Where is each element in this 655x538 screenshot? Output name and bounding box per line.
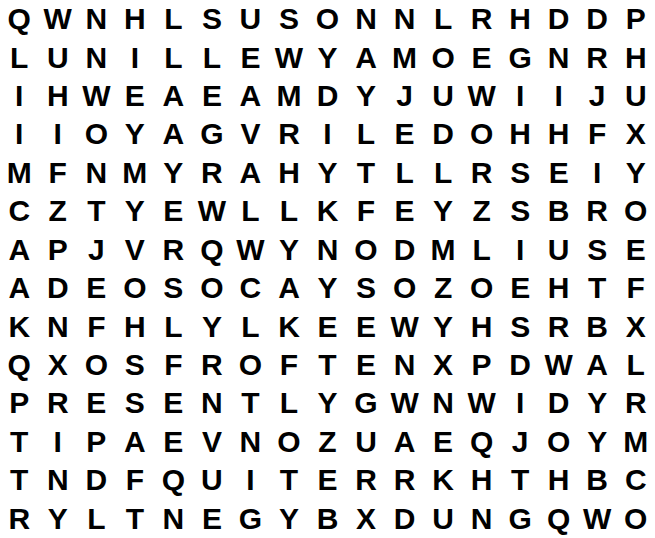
grid-cell[interactable]: A: [231, 77, 270, 115]
grid-cell[interactable]: L: [154, 0, 193, 38]
grid-cell[interactable]: P: [616, 0, 655, 38]
grid-cell[interactable]: K: [424, 461, 463, 499]
grid-cell[interactable]: I: [0, 115, 39, 153]
grid-cell[interactable]: L: [77, 500, 116, 538]
grid-cell[interactable]: T: [116, 500, 155, 538]
grid-cell[interactable]: Y: [270, 500, 309, 538]
grid-cell[interactable]: Y: [308, 269, 347, 307]
grid-cell[interactable]: I: [501, 77, 540, 115]
grid-cell[interactable]: M: [616, 423, 655, 461]
grid-cell[interactable]: I: [0, 77, 39, 115]
grid-cell[interactable]: E: [77, 269, 116, 307]
grid-cell[interactable]: E: [424, 423, 463, 461]
grid-cell[interactable]: A: [0, 269, 39, 307]
grid-cell[interactable]: W: [385, 307, 424, 345]
grid-cell[interactable]: T: [270, 461, 309, 499]
grid-cell[interactable]: T: [0, 461, 39, 499]
grid-cell[interactable]: M: [385, 38, 424, 76]
grid-cell[interactable]: T: [231, 384, 270, 422]
grid-cell[interactable]: J: [578, 77, 617, 115]
grid-cell[interactable]: Q: [539, 500, 578, 538]
grid-cell[interactable]: K: [0, 307, 39, 345]
grid-cell[interactable]: S: [116, 346, 155, 384]
grid-cell[interactable]: Y: [193, 307, 232, 345]
grid-cell[interactable]: D: [39, 269, 78, 307]
grid-cell[interactable]: A: [231, 154, 270, 192]
grid-cell[interactable]: O: [77, 115, 116, 153]
grid-cell[interactable]: F: [616, 269, 655, 307]
grid-cell[interactable]: M: [0, 154, 39, 192]
grid-cell[interactable]: B: [308, 500, 347, 538]
grid-cell[interactable]: O: [77, 346, 116, 384]
grid-cell[interactable]: Y: [154, 154, 193, 192]
grid-cell[interactable]: N: [77, 38, 116, 76]
grid-cell[interactable]: D: [424, 115, 463, 153]
grid-cell[interactable]: E: [308, 461, 347, 499]
grid-cell[interactable]: D: [308, 77, 347, 115]
grid-cell[interactable]: Y: [308, 38, 347, 76]
grid-cell[interactable]: L: [385, 154, 424, 192]
word-search-grid: QWNHLSUSONNLRHDDPLUNILLEWYAMOEGNRHIHWEAE…: [0, 0, 655, 538]
grid-cell[interactable]: H: [270, 154, 309, 192]
grid-cell[interactable]: A: [347, 38, 386, 76]
grid-cell[interactable]: I: [116, 38, 155, 76]
grid-cell[interactable]: E: [116, 77, 155, 115]
grid-cell[interactable]: E: [231, 38, 270, 76]
grid-cell[interactable]: S: [501, 192, 540, 230]
grid-cell[interactable]: A: [270, 269, 309, 307]
grid-cell[interactable]: R: [154, 231, 193, 269]
grid-cell[interactable]: F: [77, 307, 116, 345]
grid-cell[interactable]: Y: [270, 231, 309, 269]
grid-cell[interactable]: P: [77, 423, 116, 461]
grid-cell[interactable]: H: [539, 115, 578, 153]
grid-cell[interactable]: Z: [462, 192, 501, 230]
grid-cell[interactable]: U: [231, 0, 270, 38]
grid-cell[interactable]: T: [578, 269, 617, 307]
grid-cell[interactable]: R: [578, 38, 617, 76]
grid-cell[interactable]: E: [462, 38, 501, 76]
grid-cell[interactable]: D: [77, 461, 116, 499]
grid-cell[interactable]: W: [193, 192, 232, 230]
grid-cell[interactable]: E: [385, 192, 424, 230]
grid-cell[interactable]: E: [385, 115, 424, 153]
grid-cell[interactable]: G: [193, 115, 232, 153]
grid-cell[interactable]: U: [347, 423, 386, 461]
grid-cell[interactable]: F: [347, 192, 386, 230]
grid-cell[interactable]: I: [501, 231, 540, 269]
grid-cell[interactable]: F: [116, 461, 155, 499]
grid-cell[interactable]: W: [77, 77, 116, 115]
grid-cell[interactable]: H: [116, 0, 155, 38]
grid-cell[interactable]: A: [578, 346, 617, 384]
grid-cell[interactable]: H: [616, 38, 655, 76]
grid-cell[interactable]: O: [231, 346, 270, 384]
grid-cell[interactable]: Y: [116, 115, 155, 153]
grid-cell[interactable]: O: [270, 423, 309, 461]
grid-cell[interactable]: R: [462, 154, 501, 192]
grid-cell[interactable]: G: [231, 500, 270, 538]
grid-cell[interactable]: O: [616, 500, 655, 538]
grid-cell[interactable]: J: [77, 231, 116, 269]
grid-cell[interactable]: M: [424, 231, 463, 269]
grid-cell[interactable]: L: [154, 38, 193, 76]
grid-cell[interactable]: T: [501, 461, 540, 499]
grid-cell[interactable]: U: [193, 461, 232, 499]
grid-cell[interactable]: W: [462, 384, 501, 422]
grid-cell[interactable]: Y: [116, 192, 155, 230]
grid-cell[interactable]: X: [39, 346, 78, 384]
grid-cell[interactable]: Y: [347, 77, 386, 115]
grid-cell[interactable]: A: [116, 423, 155, 461]
grid-cell[interactable]: E: [193, 500, 232, 538]
grid-cell[interactable]: E: [347, 307, 386, 345]
grid-cell[interactable]: W: [462, 77, 501, 115]
grid-cell[interactable]: F: [578, 115, 617, 153]
grid-cell[interactable]: L: [616, 346, 655, 384]
grid-cell[interactable]: T: [77, 192, 116, 230]
grid-cell[interactable]: O: [462, 269, 501, 307]
grid-cell[interactable]: A: [0, 231, 39, 269]
grid-cell[interactable]: F: [154, 346, 193, 384]
grid-cell[interactable]: L: [270, 192, 309, 230]
grid-cell[interactable]: O: [424, 38, 463, 76]
grid-cell[interactable]: F: [270, 346, 309, 384]
grid-cell[interactable]: S: [270, 0, 309, 38]
grid-cell[interactable]: L: [231, 192, 270, 230]
grid-cell[interactable]: H: [116, 307, 155, 345]
grid-cell[interactable]: H: [539, 461, 578, 499]
grid-cell[interactable]: T: [308, 346, 347, 384]
grid-cell[interactable]: N: [77, 0, 116, 38]
grid-cell[interactable]: T: [347, 154, 386, 192]
grid-cell[interactable]: I: [308, 115, 347, 153]
grid-cell[interactable]: R: [0, 500, 39, 538]
grid-cell[interactable]: G: [501, 500, 540, 538]
grid-cell[interactable]: E: [308, 307, 347, 345]
grid-cell[interactable]: D: [539, 0, 578, 38]
grid-cell[interactable]: S: [501, 154, 540, 192]
grid-cell[interactable]: E: [501, 269, 540, 307]
grid-cell[interactable]: I: [501, 384, 540, 422]
grid-cell[interactable]: H: [39, 77, 78, 115]
grid-cell[interactable]: E: [154, 384, 193, 422]
grid-cell[interactable]: I: [539, 77, 578, 115]
grid-cell[interactable]: U: [424, 500, 463, 538]
grid-cell[interactable]: J: [385, 77, 424, 115]
grid-cell[interactable]: N: [424, 384, 463, 422]
grid-cell[interactable]: S: [116, 384, 155, 422]
grid-cell[interactable]: E: [539, 154, 578, 192]
grid-cell[interactable]: N: [39, 307, 78, 345]
grid-cell[interactable]: R: [616, 384, 655, 422]
grid-cell[interactable]: O: [347, 231, 386, 269]
grid-cell[interactable]: Q: [0, 346, 39, 384]
grid-cell[interactable]: Y: [578, 384, 617, 422]
grid-cell[interactable]: B: [578, 307, 617, 345]
grid-cell[interactable]: A: [154, 77, 193, 115]
grid-cell[interactable]: T: [0, 423, 39, 461]
grid-cell[interactable]: U: [539, 231, 578, 269]
grid-cell[interactable]: N: [385, 346, 424, 384]
grid-cell[interactable]: L: [347, 115, 386, 153]
grid-cell[interactable]: Q: [462, 423, 501, 461]
grid-cell[interactable]: W: [39, 0, 78, 38]
grid-cell[interactable]: N: [154, 500, 193, 538]
grid-cell[interactable]: W: [385, 384, 424, 422]
grid-cell[interactable]: O: [193, 269, 232, 307]
grid-cell[interactable]: Y: [424, 307, 463, 345]
grid-cell[interactable]: X: [616, 307, 655, 345]
grid-cell[interactable]: I: [39, 423, 78, 461]
grid-cell[interactable]: N: [77, 154, 116, 192]
grid-cell[interactable]: I: [39, 115, 78, 153]
grid-cell[interactable]: O: [116, 269, 155, 307]
grid-cell[interactable]: N: [347, 0, 386, 38]
grid-cell[interactable]: N: [231, 423, 270, 461]
grid-cell[interactable]: N: [39, 461, 78, 499]
grid-cell[interactable]: V: [231, 115, 270, 153]
grid-cell[interactable]: X: [347, 500, 386, 538]
grid-cell[interactable]: P: [39, 231, 78, 269]
grid-cell[interactable]: W: [539, 346, 578, 384]
grid-cell[interactable]: O: [539, 423, 578, 461]
grid-cell[interactable]: N: [539, 38, 578, 76]
grid-cell[interactable]: L: [424, 154, 463, 192]
grid-cell[interactable]: L: [462, 231, 501, 269]
grid-cell[interactable]: Z: [424, 269, 463, 307]
grid-cell[interactable]: L: [424, 0, 463, 38]
grid-cell[interactable]: E: [77, 384, 116, 422]
grid-cell[interactable]: L: [193, 38, 232, 76]
grid-cell[interactable]: H: [501, 115, 540, 153]
grid-cell[interactable]: N: [308, 231, 347, 269]
grid-cell[interactable]: D: [501, 346, 540, 384]
grid-cell[interactable]: I: [231, 461, 270, 499]
grid-cell[interactable]: K: [308, 192, 347, 230]
grid-cell[interactable]: Q: [193, 231, 232, 269]
grid-cell[interactable]: F: [39, 154, 78, 192]
grid-cell[interactable]: R: [39, 384, 78, 422]
grid-cell[interactable]: W: [231, 231, 270, 269]
grid-cell[interactable]: I: [578, 154, 617, 192]
grid-cell[interactable]: Y: [39, 500, 78, 538]
grid-cell[interactable]: E: [193, 77, 232, 115]
grid-cell[interactable]: M: [270, 77, 309, 115]
grid-cell[interactable]: E: [616, 231, 655, 269]
grid-cell[interactable]: P: [0, 384, 39, 422]
grid-cell[interactable]: V: [116, 231, 155, 269]
grid-cell[interactable]: H: [462, 461, 501, 499]
grid-cell[interactable]: D: [539, 384, 578, 422]
grid-cell[interactable]: S: [193, 0, 232, 38]
grid-cell[interactable]: O: [462, 115, 501, 153]
grid-cell[interactable]: R: [385, 461, 424, 499]
grid-cell[interactable]: Z: [39, 192, 78, 230]
grid-cell[interactable]: O: [616, 192, 655, 230]
grid-cell[interactable]: L: [270, 384, 309, 422]
grid-cell[interactable]: L: [231, 307, 270, 345]
grid-cell[interactable]: R: [270, 115, 309, 153]
grid-cell[interactable]: C: [616, 461, 655, 499]
grid-cell[interactable]: S: [154, 269, 193, 307]
grid-cell[interactable]: U: [39, 38, 78, 76]
grid-cell[interactable]: A: [385, 423, 424, 461]
grid-cell[interactable]: Z: [308, 423, 347, 461]
grid-cell[interactable]: N: [193, 384, 232, 422]
grid-cell[interactable]: D: [578, 0, 617, 38]
grid-cell[interactable]: C: [231, 269, 270, 307]
grid-cell[interactable]: R: [193, 154, 232, 192]
grid-cell[interactable]: D: [385, 500, 424, 538]
grid-cell[interactable]: B: [578, 461, 617, 499]
grid-cell[interactable]: Q: [0, 0, 39, 38]
grid-cell[interactable]: S: [347, 269, 386, 307]
grid-cell[interactable]: S: [578, 231, 617, 269]
grid-cell[interactable]: J: [501, 423, 540, 461]
grid-cell[interactable]: G: [347, 384, 386, 422]
grid-cell[interactable]: H: [501, 0, 540, 38]
grid-cell[interactable]: R: [539, 307, 578, 345]
grid-cell[interactable]: L: [0, 38, 39, 76]
grid-cell[interactable]: O: [385, 269, 424, 307]
grid-cell[interactable]: W: [270, 38, 309, 76]
grid-cell[interactable]: U: [424, 77, 463, 115]
grid-cell[interactable]: E: [154, 423, 193, 461]
grid-cell[interactable]: D: [385, 231, 424, 269]
grid-cell[interactable]: N: [385, 0, 424, 38]
grid-cell[interactable]: L: [154, 307, 193, 345]
grid-cell[interactable]: V: [193, 423, 232, 461]
grid-cell[interactable]: N: [462, 500, 501, 538]
grid-cell[interactable]: Y: [308, 384, 347, 422]
grid-cell[interactable]: Y: [616, 154, 655, 192]
grid-cell[interactable]: R: [578, 192, 617, 230]
grid-cell[interactable]: Y: [578, 423, 617, 461]
grid-cell[interactable]: E: [154, 192, 193, 230]
grid-cell[interactable]: M: [116, 154, 155, 192]
grid-cell[interactable]: S: [501, 307, 540, 345]
grid-cell[interactable]: E: [347, 346, 386, 384]
grid-cell[interactable]: O: [308, 0, 347, 38]
grid-cell[interactable]: R: [347, 461, 386, 499]
grid-cell[interactable]: H: [462, 307, 501, 345]
grid-cell[interactable]: P: [462, 346, 501, 384]
grid-cell[interactable]: X: [616, 115, 655, 153]
grid-cell[interactable]: H: [539, 269, 578, 307]
grid-cell[interactable]: Y: [424, 192, 463, 230]
grid-cell[interactable]: C: [0, 192, 39, 230]
grid-cell[interactable]: R: [193, 346, 232, 384]
grid-cell[interactable]: Y: [308, 154, 347, 192]
grid-cell[interactable]: U: [616, 77, 655, 115]
grid-cell[interactable]: G: [501, 38, 540, 76]
grid-cell[interactable]: X: [424, 346, 463, 384]
grid-cell[interactable]: Q: [154, 461, 193, 499]
grid-cell[interactable]: A: [154, 115, 193, 153]
grid-cell[interactable]: K: [270, 307, 309, 345]
grid-cell[interactable]: R: [462, 0, 501, 38]
grid-cell[interactable]: B: [539, 192, 578, 230]
grid-cell[interactable]: W: [578, 500, 617, 538]
